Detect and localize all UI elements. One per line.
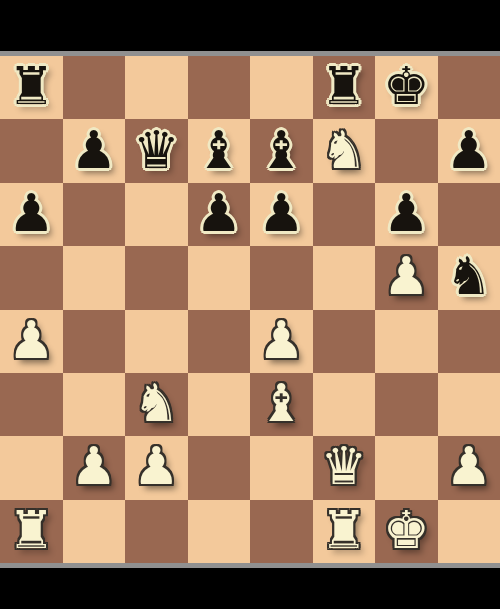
square-h2[interactable]: ♟ (438, 436, 500, 499)
square-b7[interactable]: ♟ (63, 119, 126, 182)
white-king-g1[interactable]: ♚ (375, 500, 438, 563)
square-a8[interactable]: ♜ (0, 56, 63, 119)
square-c7[interactable]: ♛ (125, 119, 188, 182)
square-f5[interactable] (313, 246, 376, 309)
black-pawn-d6[interactable]: ♟ (188, 183, 251, 246)
square-g1[interactable]: ♚ (375, 500, 438, 563)
square-c6[interactable] (125, 183, 188, 246)
square-g8[interactable]: ♚ (375, 56, 438, 119)
white-bishop-e3[interactable]: ♝ (250, 373, 313, 436)
white-pawn-e4[interactable]: ♟ (250, 310, 313, 373)
square-a3[interactable] (0, 373, 63, 436)
square-f4[interactable] (313, 310, 376, 373)
square-e3[interactable]: ♝ (250, 373, 313, 436)
square-d7[interactable]: ♝ (188, 119, 251, 182)
square-f8[interactable]: ♜ (313, 56, 376, 119)
square-g3[interactable] (375, 373, 438, 436)
black-pawn-e6[interactable]: ♟ (250, 183, 313, 246)
square-c5[interactable] (125, 246, 188, 309)
black-king-g8[interactable]: ♚ (375, 56, 438, 119)
square-g7[interactable] (375, 119, 438, 182)
black-bishop-d7[interactable]: ♝ (188, 119, 251, 182)
square-e7[interactable]: ♝ (250, 119, 313, 182)
square-g4[interactable] (375, 310, 438, 373)
square-b3[interactable] (63, 373, 126, 436)
square-d8[interactable] (188, 56, 251, 119)
square-e4[interactable]: ♟ (250, 310, 313, 373)
square-c2[interactable]: ♟ (125, 436, 188, 499)
square-g2[interactable] (375, 436, 438, 499)
square-b6[interactable] (63, 183, 126, 246)
white-knight-c3[interactable]: ♞ (125, 373, 188, 436)
chess-board: ♜♜♚♟♛♝♝♞♟♟♟♟♟♟♞♟♟♞♝♟♟♛♟♜♜♚ (0, 56, 500, 563)
black-pawn-g6[interactable]: ♟ (375, 183, 438, 246)
black-pawn-h7[interactable]: ♟ (438, 119, 500, 182)
square-b4[interactable] (63, 310, 126, 373)
square-e1[interactable] (250, 500, 313, 563)
square-h5[interactable]: ♞ (438, 246, 500, 309)
square-f2[interactable]: ♛ (313, 436, 376, 499)
square-d2[interactable] (188, 436, 251, 499)
square-f1[interactable]: ♜ (313, 500, 376, 563)
square-b1[interactable] (63, 500, 126, 563)
black-knight-h5[interactable]: ♞ (438, 246, 500, 309)
square-a7[interactable] (0, 119, 63, 182)
black-pawn-b7[interactable]: ♟ (63, 119, 126, 182)
square-h8[interactable] (438, 56, 500, 119)
white-pawn-b2[interactable]: ♟ (63, 436, 126, 499)
square-h4[interactable] (438, 310, 500, 373)
white-rook-f1[interactable]: ♜ (313, 500, 376, 563)
board-bottom-edge (0, 563, 500, 568)
black-bishop-e7[interactable]: ♝ (250, 119, 313, 182)
square-b8[interactable] (63, 56, 126, 119)
black-rook-a8[interactable]: ♜ (0, 56, 63, 119)
square-d4[interactable] (188, 310, 251, 373)
white-queen-f2[interactable]: ♛ (313, 436, 376, 499)
square-c4[interactable] (125, 310, 188, 373)
white-pawn-a4[interactable]: ♟ (0, 310, 63, 373)
square-e2[interactable] (250, 436, 313, 499)
square-d3[interactable] (188, 373, 251, 436)
square-h7[interactable]: ♟ (438, 119, 500, 182)
square-f7[interactable]: ♞ (313, 119, 376, 182)
square-h6[interactable] (438, 183, 500, 246)
square-d6[interactable]: ♟ (188, 183, 251, 246)
square-a1[interactable]: ♜ (0, 500, 63, 563)
square-e8[interactable] (250, 56, 313, 119)
square-e6[interactable]: ♟ (250, 183, 313, 246)
board-top-edge (0, 51, 500, 56)
white-pawn-c2[interactable]: ♟ (125, 436, 188, 499)
square-d5[interactable] (188, 246, 251, 309)
chess-app-frame: ♜♜♚♟♛♝♝♞♟♟♟♟♟♟♞♟♟♞♝♟♟♛♟♜♜♚ (0, 0, 500, 609)
square-a5[interactable] (0, 246, 63, 309)
square-d1[interactable] (188, 500, 251, 563)
square-a4[interactable]: ♟ (0, 310, 63, 373)
square-b5[interactable] (63, 246, 126, 309)
black-pawn-a6[interactable]: ♟ (0, 183, 63, 246)
black-queen-c7[interactable]: ♛ (125, 119, 188, 182)
white-rook-a1[interactable]: ♜ (0, 500, 63, 563)
square-g5[interactable]: ♟ (375, 246, 438, 309)
square-c1[interactable] (125, 500, 188, 563)
square-h1[interactable] (438, 500, 500, 563)
square-e5[interactable] (250, 246, 313, 309)
square-g6[interactable]: ♟ (375, 183, 438, 246)
square-b2[interactable]: ♟ (63, 436, 126, 499)
square-c8[interactable] (125, 56, 188, 119)
white-pawn-h2[interactable]: ♟ (438, 436, 500, 499)
square-f6[interactable] (313, 183, 376, 246)
white-pawn-g5[interactable]: ♟ (375, 246, 438, 309)
square-h3[interactable] (438, 373, 500, 436)
black-rook-f8[interactable]: ♜ (313, 56, 376, 119)
square-c3[interactable]: ♞ (125, 373, 188, 436)
white-knight-f7[interactable]: ♞ (313, 119, 376, 182)
square-a6[interactable]: ♟ (0, 183, 63, 246)
square-f3[interactable] (313, 373, 376, 436)
square-a2[interactable] (0, 436, 63, 499)
